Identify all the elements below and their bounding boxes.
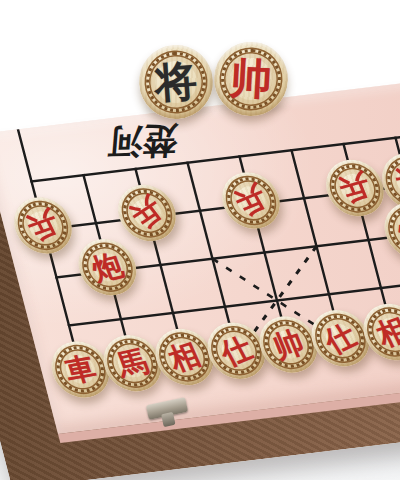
product-photo-stage: 楚河 兵兵兵兵兵炮炮車馬相仕帅仕相 将 帅 bbox=[0, 0, 400, 480]
xiangqi-board: 楚河 兵兵兵兵兵炮炮車馬相仕帅仕相 bbox=[0, 75, 400, 443]
red-general-glyph: 帅 bbox=[212, 40, 290, 118]
display-piece-red-general: 帅 bbox=[212, 40, 290, 118]
display-piece-black-general: 将 bbox=[137, 43, 216, 122]
black-general-glyph: 将 bbox=[137, 43, 216, 122]
